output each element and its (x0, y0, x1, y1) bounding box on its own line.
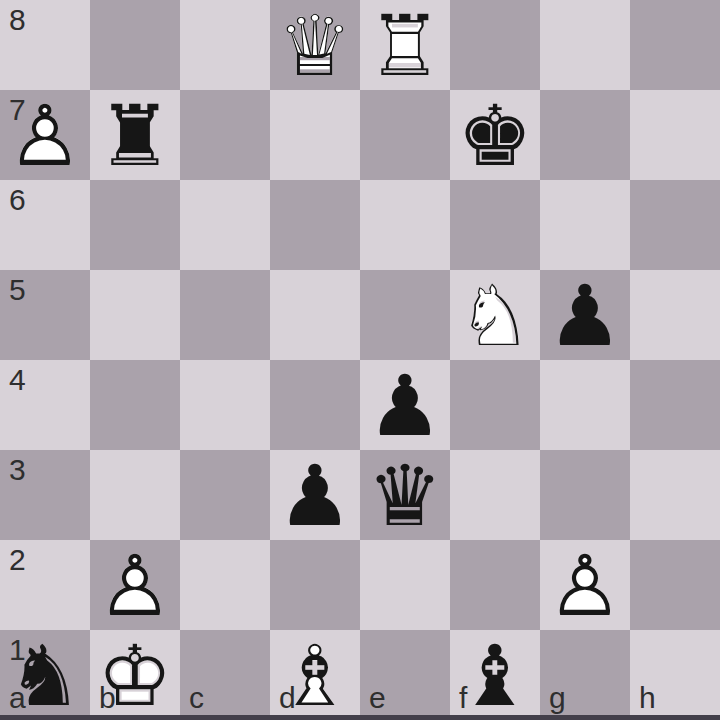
square-h2[interactable] (630, 540, 720, 630)
square-d3[interactable]: ♟ (270, 450, 360, 540)
square-b5[interactable] (90, 270, 180, 360)
square-c7[interactable] (180, 90, 270, 180)
black-bishop-icon[interactable]: ♝ (450, 630, 540, 720)
white-pawn-icon[interactable]: ♟♙ (0, 90, 90, 180)
rank-label-8: 8 (9, 4, 26, 36)
white-piece-outline: ♙ (540, 540, 630, 630)
black-piece-glyph: ♞ (0, 630, 90, 720)
square-g2[interactable]: ♟♙ (540, 540, 630, 630)
square-b1[interactable]: b♚♔ (90, 630, 180, 720)
square-d7[interactable] (270, 90, 360, 180)
square-a3[interactable]: 3 (0, 450, 90, 540)
square-h1[interactable]: h (630, 630, 720, 720)
white-knight-icon[interactable]: ♞♘ (450, 270, 540, 360)
square-f1[interactable]: f♝ (450, 630, 540, 720)
square-f6[interactable] (450, 180, 540, 270)
square-e7[interactable] (360, 90, 450, 180)
chess-board: 8♛♕♜♖7♟♙♜♚65♞♘♟4♟3♟♛2♟♙♟♙1a♞b♚♔cd♝♗ef♝gh (0, 0, 720, 720)
black-pawn-icon[interactable]: ♟ (360, 360, 450, 450)
square-a6[interactable]: 6 (0, 180, 90, 270)
white-piece-outline: ♖ (360, 0, 450, 90)
white-king-icon[interactable]: ♚♔ (90, 630, 180, 720)
square-e1[interactable]: e (360, 630, 450, 720)
square-f2[interactable] (450, 540, 540, 630)
rank-label-5: 5 (9, 274, 26, 306)
square-e2[interactable] (360, 540, 450, 630)
square-e8[interactable]: ♜♖ (360, 0, 450, 90)
rank-label-2: 2 (9, 544, 26, 576)
white-pawn-icon[interactable]: ♟♙ (90, 540, 180, 630)
square-f4[interactable] (450, 360, 540, 450)
square-h4[interactable] (630, 360, 720, 450)
file-label-h: h (639, 683, 656, 713)
white-piece-outline: ♕ (270, 0, 360, 90)
rank-label-6: 6 (9, 184, 26, 216)
square-b4[interactable] (90, 360, 180, 450)
square-h5[interactable] (630, 270, 720, 360)
black-piece-glyph: ♚ (450, 90, 540, 180)
board-bottom-edge (0, 715, 720, 720)
square-g1[interactable]: g (540, 630, 630, 720)
black-pawn-icon[interactable]: ♟ (270, 450, 360, 540)
square-c3[interactable] (180, 450, 270, 540)
black-piece-glyph: ♟ (270, 450, 360, 540)
square-c1[interactable]: c (180, 630, 270, 720)
black-pawn-icon[interactable]: ♟ (540, 270, 630, 360)
square-a8[interactable]: 8 (0, 0, 90, 90)
square-d1[interactable]: d♝♗ (270, 630, 360, 720)
white-bishop-icon[interactable]: ♝♗ (270, 630, 360, 720)
white-piece-outline: ♙ (90, 540, 180, 630)
black-rook-icon[interactable]: ♜ (90, 90, 180, 180)
white-piece-outline: ♗ (270, 630, 360, 720)
square-d4[interactable] (270, 360, 360, 450)
square-d5[interactable] (270, 270, 360, 360)
square-b2[interactable]: ♟♙ (90, 540, 180, 630)
rank-label-3: 3 (9, 454, 26, 486)
square-g8[interactable] (540, 0, 630, 90)
chess-board-wrapper: 8♛♕♜♖7♟♙♜♚65♞♘♟4♟3♟♛2♟♙♟♙1a♞b♚♔cd♝♗ef♝gh (0, 0, 720, 720)
rank-label-4: 4 (9, 364, 26, 396)
white-queen-icon[interactable]: ♛♕ (270, 0, 360, 90)
square-c5[interactable] (180, 270, 270, 360)
square-h8[interactable] (630, 0, 720, 90)
file-label-e: e (369, 683, 386, 713)
square-a1[interactable]: 1a♞ (0, 630, 90, 720)
square-h3[interactable] (630, 450, 720, 540)
black-piece-glyph: ♛ (360, 450, 450, 540)
square-b7[interactable]: ♜ (90, 90, 180, 180)
square-c6[interactable] (180, 180, 270, 270)
black-piece-glyph: ♟ (540, 270, 630, 360)
black-piece-glyph: ♜ (90, 90, 180, 180)
square-f7[interactable]: ♚ (450, 90, 540, 180)
white-rook-icon[interactable]: ♜♖ (360, 0, 450, 90)
square-d2[interactable] (270, 540, 360, 630)
square-e6[interactable] (360, 180, 450, 270)
square-a7[interactable]: 7♟♙ (0, 90, 90, 180)
white-piece-outline: ♙ (0, 90, 90, 180)
black-piece-glyph: ♝ (450, 630, 540, 720)
square-f3[interactable] (450, 450, 540, 540)
square-h6[interactable] (630, 180, 720, 270)
square-a2[interactable]: 2 (0, 540, 90, 630)
square-a5[interactable]: 5 (0, 270, 90, 360)
square-c8[interactable] (180, 0, 270, 90)
square-g4[interactable] (540, 360, 630, 450)
square-b3[interactable] (90, 450, 180, 540)
square-c4[interactable] (180, 360, 270, 450)
square-f8[interactable] (450, 0, 540, 90)
white-pawn-icon[interactable]: ♟♙ (540, 540, 630, 630)
file-label-g: g (549, 683, 566, 713)
square-e5[interactable] (360, 270, 450, 360)
square-g3[interactable] (540, 450, 630, 540)
black-queen-icon[interactable]: ♛ (360, 450, 450, 540)
square-d6[interactable] (270, 180, 360, 270)
square-e4[interactable]: ♟ (360, 360, 450, 450)
black-knight-icon[interactable]: ♞ (0, 630, 90, 720)
square-e3[interactable]: ♛ (360, 450, 450, 540)
black-king-icon[interactable]: ♚ (450, 90, 540, 180)
file-label-c: c (189, 683, 204, 713)
square-g7[interactable] (540, 90, 630, 180)
white-piece-outline: ♘ (450, 270, 540, 360)
square-b6[interactable] (90, 180, 180, 270)
square-c2[interactable] (180, 540, 270, 630)
square-f5[interactable]: ♞♘ (450, 270, 540, 360)
square-h7[interactable] (630, 90, 720, 180)
black-piece-glyph: ♟ (360, 360, 450, 450)
square-g5[interactable]: ♟ (540, 270, 630, 360)
square-g6[interactable] (540, 180, 630, 270)
square-a4[interactable]: 4 (0, 360, 90, 450)
white-piece-outline: ♔ (90, 630, 180, 720)
square-b8[interactable] (90, 0, 180, 90)
square-d8[interactable]: ♛♕ (270, 0, 360, 90)
